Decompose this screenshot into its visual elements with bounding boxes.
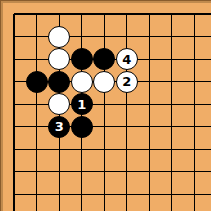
- white-stone: [48, 48, 70, 70]
- grid-vline: [104, 161, 105, 184]
- grid-vline: [36, 161, 37, 184]
- move-number: 1: [77, 98, 86, 111]
- intersection-c6r8: [116, 161, 139, 184]
- move-number: 2: [122, 75, 131, 88]
- grid-vline: [126, 93, 127, 116]
- intersection-c3r7: [48, 138, 71, 161]
- grid-hline: [206, 104, 212, 105]
- grid-vline: [81, 14, 82, 25]
- intersection-c6r1: [116, 3, 139, 26]
- intersection-c1r4: [3, 71, 26, 94]
- intersection-c9r5: [183, 93, 206, 116]
- grid-vline: [13, 138, 15, 161]
- intersection-c3r8: [48, 161, 71, 184]
- board-continuation-bottom: [116, 206, 139, 212]
- intersection-c5r2: [93, 26, 116, 49]
- intersection-c3r2: [48, 26, 71, 49]
- grid-vline: [81, 161, 82, 184]
- intersection-c9r1: [183, 3, 206, 26]
- intersection-c5r3: [93, 48, 116, 71]
- grid-vline: [194, 161, 195, 184]
- intersection-c2r7: [26, 138, 49, 161]
- intersection-c3r5: [48, 93, 71, 116]
- intersection-c5r6: [93, 116, 116, 139]
- grid-vline: [194, 26, 195, 49]
- intersection-c7r8: [138, 161, 161, 184]
- black-stone: [71, 48, 93, 70]
- intersection-c2r1: [26, 3, 49, 26]
- intersection-c1r5: [3, 93, 26, 116]
- grid-vline: [36, 116, 37, 139]
- grid-hline: [14, 104, 25, 105]
- grid-hline: [14, 81, 25, 82]
- go-board: 4213: [3, 3, 211, 211]
- grid-vline: [171, 161, 172, 184]
- grid-vline: [81, 183, 82, 206]
- grid-vline: [126, 161, 127, 184]
- grid-vline: [13, 206, 15, 212]
- grid-vline: [171, 14, 172, 25]
- grid-vline: [126, 26, 127, 49]
- grid-vline: [149, 206, 150, 212]
- board-continuation-bottom: [48, 206, 71, 212]
- white-stone: [48, 93, 70, 115]
- grid-vline: [149, 26, 150, 49]
- intersection-c5r1: [93, 3, 116, 26]
- grid-vline: [194, 183, 195, 206]
- grid-vline: [171, 71, 172, 94]
- intersection-c8r8: [161, 161, 184, 184]
- grid-vline: [104, 26, 105, 49]
- board-inner-border: 4213: [1, 1, 211, 211]
- intersection-c1r2: [3, 26, 26, 49]
- grid-hline: [206, 13, 212, 15]
- intersection-c8r5: [161, 93, 184, 116]
- grid-vline: [13, 71, 15, 94]
- intersection-c2r5: [26, 93, 49, 116]
- grid-vline: [104, 14, 105, 25]
- intersection-c8r4: [161, 71, 184, 94]
- grid-vline: [81, 26, 82, 49]
- intersection-c8r1: [161, 3, 184, 26]
- grid-vline: [13, 116, 15, 139]
- intersection-c3r9: [48, 183, 71, 206]
- grid-vline: [36, 14, 37, 25]
- intersection-c2r6: [26, 116, 49, 139]
- grid-vline: [81, 206, 82, 212]
- grid-vline: [13, 183, 15, 206]
- board-continuation-right: [206, 26, 212, 49]
- intersection-c5r9: [93, 183, 116, 206]
- intersection-c8r7: [161, 138, 184, 161]
- intersection-c2r9: [26, 183, 49, 206]
- grid-hline: [14, 149, 25, 150]
- intersection-c4r5: 1: [71, 93, 94, 116]
- grid-vline: [36, 206, 37, 212]
- intersection-c5r8: [93, 161, 116, 184]
- grid-vline: [13, 93, 15, 116]
- white-stone-move-4: 4: [116, 48, 138, 70]
- grid-vline: [194, 206, 195, 212]
- intersection-c8r2: [161, 26, 184, 49]
- intersection-c8r6: [161, 116, 184, 139]
- grid-vline: [36, 48, 37, 71]
- intersection-c3r6: 3: [48, 116, 71, 139]
- grid-hline: [206, 81, 212, 82]
- grid-vline: [171, 206, 172, 212]
- grid-vline: [126, 206, 127, 212]
- intersection-c9r4: [183, 71, 206, 94]
- grid-vline: [126, 183, 127, 206]
- grid-vline: [104, 138, 105, 161]
- intersection-c4r8: [71, 161, 94, 184]
- grid-vline: [36, 93, 37, 116]
- grid-vline: [36, 138, 37, 161]
- intersection-c2r8: [26, 161, 49, 184]
- intersection-c5r5: [93, 93, 116, 116]
- grid-vline: [104, 183, 105, 206]
- grid-vline: [13, 26, 15, 49]
- grid-vline: [59, 14, 60, 25]
- intersection-c9r2: [183, 26, 206, 49]
- intersection-c4r6: [71, 116, 94, 139]
- intersection-c6r4: 2: [116, 71, 139, 94]
- move-number: 3: [55, 120, 64, 133]
- intersection-c7r7: [138, 138, 161, 161]
- grid-vline: [149, 138, 150, 161]
- grid-vline: [194, 93, 195, 116]
- grid-vline: [126, 138, 127, 161]
- intersection-c5r7: [93, 138, 116, 161]
- grid-vline: [171, 26, 172, 49]
- grid-vline: [149, 161, 150, 184]
- intersection-c9r9: [183, 183, 206, 206]
- intersection-c4r4: [71, 71, 94, 94]
- grid-hline: [14, 13, 25, 15]
- intersection-c7r4: [138, 71, 161, 94]
- grid-vline: [126, 116, 127, 139]
- board-continuation-right: [206, 71, 212, 94]
- intersection-c5r4: [93, 71, 116, 94]
- grid-vline: [13, 14, 15, 25]
- intersection-c9r8: [183, 161, 206, 184]
- move-number: 4: [122, 53, 131, 66]
- intersection-c7r2: [138, 26, 161, 49]
- intersection-c8r3: [161, 48, 184, 71]
- intersection-c3r4: [48, 71, 71, 94]
- white-stone: [48, 26, 70, 48]
- grid-hline: [206, 36, 212, 37]
- board-outer-border: 4213: [0, 0, 211, 211]
- grid-hline: [206, 171, 212, 172]
- intersection-c1r9: [3, 183, 26, 206]
- board-continuation-right: [206, 116, 212, 139]
- grid-vline: [194, 14, 195, 25]
- intersection-c6r9: [116, 183, 139, 206]
- intersection-c4r1: [71, 3, 94, 26]
- intersection-c3r3: [48, 48, 71, 71]
- intersection-c7r9: [138, 183, 161, 206]
- grid-vline: [59, 206, 60, 212]
- board-continuation-bottom: [71, 206, 94, 212]
- intersection-c1r1: [3, 3, 26, 26]
- grid-vline: [194, 48, 195, 71]
- intersection-c1r3: [3, 48, 26, 71]
- intersection-c6r5: [116, 93, 139, 116]
- white-stone-move-2: 2: [116, 71, 138, 93]
- grid-vline: [13, 48, 15, 71]
- intersection-c4r9: [71, 183, 94, 206]
- grid-vline: [171, 93, 172, 116]
- board-continuation-bottom: [93, 206, 116, 212]
- grid-vline: [13, 161, 15, 184]
- board-continuation-bottom: [3, 206, 26, 212]
- board-continuation-right: [206, 3, 212, 26]
- black-stone: [48, 71, 70, 93]
- board-continuation-bottom: [183, 206, 206, 212]
- intersection-c2r3: [26, 48, 49, 71]
- grid-hline: [206, 59, 212, 60]
- grid-vline: [149, 71, 150, 94]
- intersection-c9r6: [183, 116, 206, 139]
- intersection-c4r2: [71, 26, 94, 49]
- grid-vline: [149, 116, 150, 139]
- board-continuation-corner: [206, 206, 212, 212]
- intersection-c1r8: [3, 161, 26, 184]
- black-stone: [93, 48, 115, 70]
- grid-vline: [149, 93, 150, 116]
- intersection-c4r7: [71, 138, 94, 161]
- black-stone-move-3: 3: [48, 116, 70, 138]
- black-stone: [26, 71, 48, 93]
- white-stone: [71, 71, 93, 93]
- board-continuation-right: [206, 138, 212, 161]
- grid-vline: [194, 71, 195, 94]
- grid-vline: [171, 48, 172, 71]
- grid-vline: [36, 26, 37, 49]
- grid-vline: [126, 14, 127, 25]
- intersection-c2r2: [26, 26, 49, 49]
- grid-vline: [171, 116, 172, 139]
- grid-hline: [206, 194, 212, 195]
- intersection-c6r2: [116, 26, 139, 49]
- grid-vline: [59, 161, 60, 184]
- grid-vline: [104, 116, 105, 139]
- intersection-c1r7: [3, 138, 26, 161]
- grid-vline: [104, 93, 105, 116]
- board-continuation-right: [206, 48, 212, 71]
- intersection-c7r3: [138, 48, 161, 71]
- board-continuation-bottom: [26, 206, 49, 212]
- grid-hline: [14, 59, 25, 60]
- grid-hline: [14, 194, 25, 195]
- intersection-c3r1: [48, 3, 71, 26]
- grid-vline: [149, 14, 150, 25]
- board-continuation-right: [206, 93, 212, 116]
- grid-vline: [194, 116, 195, 139]
- intersection-c6r7: [116, 138, 139, 161]
- intersection-c4r3: [71, 48, 94, 71]
- intersection-c8r9: [161, 183, 184, 206]
- intersection-c6r3: 4: [116, 48, 139, 71]
- board-continuation-right: [206, 161, 212, 184]
- grid-hline: [206, 149, 212, 150]
- board-continuation-bottom: [138, 206, 161, 212]
- grid-vline: [59, 138, 60, 161]
- grid-hline: [206, 126, 212, 127]
- grid-vline: [149, 48, 150, 71]
- intersection-c9r3: [183, 48, 206, 71]
- grid-vline: [104, 206, 105, 212]
- grid-vline: [81, 138, 82, 161]
- intersection-c7r6: [138, 116, 161, 139]
- intersection-c9r7: [183, 138, 206, 161]
- grid-hline: [14, 171, 25, 172]
- grid-vline: [171, 138, 172, 161]
- grid-vline: [194, 138, 195, 161]
- white-stone: [93, 71, 115, 93]
- grid-vline: [149, 183, 150, 206]
- grid-vline: [171, 183, 172, 206]
- board-continuation-bottom: [161, 206, 184, 212]
- black-stone-move-1: 1: [71, 93, 93, 115]
- intersection-c7r5: [138, 93, 161, 116]
- go-diagram: 4213: [0, 0, 211, 211]
- intersection-c1r6: [3, 116, 26, 139]
- grid-hline: [14, 126, 25, 127]
- intersection-c6r6: [116, 116, 139, 139]
- grid-hline: [14, 36, 25, 37]
- grid-vline: [59, 183, 60, 206]
- board-continuation-right: [206, 183, 212, 206]
- black-stone: [71, 116, 93, 138]
- intersection-c2r4: [26, 71, 49, 94]
- grid-vline: [36, 183, 37, 206]
- intersection-c7r1: [138, 3, 161, 26]
